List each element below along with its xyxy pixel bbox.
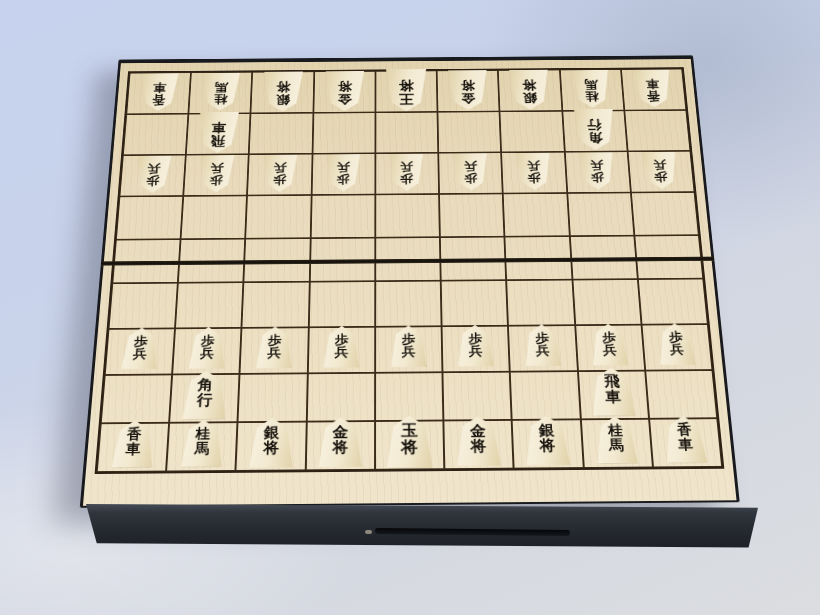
piece-pawn-gote[interactable]: 歩兵 (135, 155, 171, 193)
cell-5f[interactable] (375, 281, 442, 327)
cell-7h[interactable] (238, 373, 308, 421)
piece-kanji: 歩 (401, 173, 414, 185)
piece-kanji: 車 (646, 78, 660, 90)
piece-pawn-gote[interactable]: 歩兵 (199, 155, 234, 193)
piece-pawn-gote[interactable]: 歩兵 (263, 154, 298, 192)
piece-king-gyokusho-sente[interactable]: 玉将 (387, 415, 433, 468)
board-surface: 香車桂馬銀将金将王将金将銀将桂馬香車飛車角行歩兵歩兵歩兵歩兵歩兵歩兵歩兵歩兵歩兵… (80, 55, 740, 507)
cell-8f[interactable] (175, 282, 244, 328)
piece-kanji: 車 (125, 442, 141, 457)
piece-silver-general-sente[interactable]: 銀将 (525, 416, 571, 466)
piece-kanji: 車 (677, 438, 693, 453)
shogi-board: 香車桂馬銀将金将王将金将銀将桂馬香車飛車角行歩兵歩兵歩兵歩兵歩兵歩兵歩兵歩兵歩兵… (80, 55, 740, 507)
cell-3i[interactable]: 銀将 (512, 419, 583, 469)
piece-kanji: 兵 (267, 346, 281, 359)
board-front-edge (86, 502, 758, 549)
piece-bishop-sente[interactable]: 角行 (182, 371, 227, 420)
piece-pawn-gote[interactable]: 歩兵 (390, 153, 424, 190)
cell-9g[interactable]: 歩兵 (105, 328, 176, 375)
piece-pawn-sente[interactable]: 歩兵 (657, 323, 696, 365)
piece-pawn-sente[interactable]: 歩兵 (524, 324, 561, 366)
piece-kanji: 馬 (584, 78, 598, 90)
piece-silver-general-gote[interactable]: 銀将 (510, 69, 551, 109)
cell-8d[interactable] (181, 195, 248, 238)
cell-5g[interactable]: 歩兵 (375, 326, 443, 373)
piece-gold-general-sente[interactable]: 金将 (318, 417, 362, 467)
scene: 香車桂馬銀将金将王将金将銀将桂馬香車飛車角行歩兵歩兵歩兵歩兵歩兵歩兵歩兵歩兵歩兵… (0, 0, 820, 615)
piece-knight-gote[interactable]: 桂馬 (572, 70, 611, 108)
piece-bishop-gote[interactable]: 角行 (573, 109, 615, 150)
cell-9h[interactable] (101, 374, 173, 422)
cell-3b[interactable] (500, 111, 565, 152)
cell-9d[interactable] (116, 196, 184, 239)
cell-6c[interactable]: 歩兵 (311, 153, 375, 195)
cell-2i[interactable]: 桂馬 (580, 418, 652, 468)
cell-5h[interactable] (375, 372, 444, 420)
piece-kanji: 将 (276, 80, 290, 93)
cell-4g[interactable]: 歩兵 (442, 325, 510, 372)
cell-9a[interactable]: 香車 (126, 72, 191, 114)
piece-kanji: 兵 (590, 160, 603, 172)
cell-1b[interactable] (624, 110, 690, 151)
piece-kanji: 将 (399, 79, 414, 92)
piece-kanji: 馬 (609, 438, 625, 453)
cell-1h[interactable] (645, 370, 717, 418)
piece-lance-sente[interactable]: 香車 (663, 416, 707, 463)
piece-kanji: 銀 (523, 91, 538, 104)
cell-9b[interactable] (123, 114, 189, 155)
cell-2c[interactable]: 歩兵 (564, 151, 630, 193)
piece-knight-sente[interactable]: 桂馬 (595, 416, 638, 463)
cell-7c[interactable]: 歩兵 (247, 153, 312, 195)
cell-5d[interactable] (375, 194, 440, 237)
piece-kanji: 歩 (654, 171, 668, 183)
cell-8b[interactable]: 飛車 (186, 113, 251, 154)
piece-kanji: 兵 (200, 347, 214, 360)
piece-kanji: 馬 (194, 442, 210, 457)
piece-kanji: 将 (461, 79, 475, 92)
cell-7a[interactable]: 銀将 (251, 71, 314, 113)
piece-kanji: 将 (337, 80, 351, 93)
cell-3f[interactable] (506, 280, 574, 326)
cell-6f[interactable] (308, 281, 375, 327)
piece-kanji: 金 (337, 92, 351, 105)
piece-rook-sente[interactable]: 飛車 (590, 367, 636, 415)
piece-kanji: 金 (461, 91, 475, 104)
cell-4f[interactable] (441, 280, 508, 326)
cell-1f[interactable] (638, 279, 708, 325)
piece-pawn-sente[interactable]: 歩兵 (457, 325, 494, 367)
piece-kanji: 兵 (401, 161, 414, 173)
piece-pawn-gote[interactable]: 歩兵 (642, 152, 679, 189)
cell-8i[interactable]: 桂馬 (166, 422, 238, 472)
piece-kanji: 桂 (214, 93, 228, 105)
cell-7d[interactable] (246, 195, 312, 238)
cell-8a[interactable]: 桂馬 (189, 72, 253, 114)
piece-pawn-sente[interactable]: 歩兵 (256, 326, 293, 368)
piece-kanji: 歩 (210, 174, 223, 186)
piece-lance-gote[interactable]: 香車 (139, 73, 178, 111)
piece-pawn-sente[interactable]: 歩兵 (324, 326, 360, 368)
piece-kanji: 兵 (603, 344, 617, 357)
cell-2h[interactable]: 飛車 (578, 371, 649, 419)
piece-kanji: 兵 (274, 162, 287, 174)
cell-2f[interactable] (572, 279, 641, 325)
cell-3g[interactable]: 歩兵 (508, 325, 577, 372)
hinge-slot (375, 528, 570, 536)
piece-kanji: 車 (605, 390, 622, 405)
cell-2g[interactable]: 歩兵 (575, 324, 645, 371)
cell-1g[interactable]: 歩兵 (641, 324, 712, 371)
piece-kanji: 馬 (214, 81, 228, 93)
piece-king-osho-gote[interactable]: 王将 (386, 69, 427, 111)
cell-1a[interactable]: 香車 (621, 69, 686, 111)
cell-7b[interactable] (249, 113, 313, 154)
cell-7f[interactable] (242, 282, 310, 328)
piece-kanji: 兵 (147, 163, 160, 175)
piece-kanji: 香 (151, 93, 165, 105)
cell-8c[interactable]: 歩兵 (183, 154, 249, 196)
piece-kanji: 将 (263, 441, 279, 457)
piece-kanji: 車 (212, 121, 227, 134)
cell-3d[interactable] (503, 193, 569, 236)
cell-6i[interactable]: 金将 (305, 421, 375, 471)
piece-kanji: 角 (587, 131, 602, 144)
cell-5i[interactable]: 玉将 (375, 420, 445, 470)
cell-4i[interactable]: 金将 (443, 419, 513, 469)
piece-pawn-sente[interactable]: 歩兵 (121, 327, 159, 369)
cell-4h[interactable] (443, 372, 512, 420)
piece-pawn-sente[interactable]: 歩兵 (189, 327, 226, 369)
cell-4c[interactable]: 歩兵 (438, 152, 503, 194)
cell-4b[interactable] (438, 111, 502, 152)
piece-pawn-gote[interactable]: 歩兵 (327, 154, 361, 191)
piece-knight-gote[interactable]: 桂馬 (202, 73, 240, 111)
cell-9f[interactable] (109, 283, 178, 329)
piece-kanji: 兵 (469, 345, 483, 358)
piece-kanji: 歩 (528, 172, 541, 184)
piece-kanji: 将 (470, 439, 486, 455)
piece-gold-general-gote[interactable]: 金将 (325, 71, 364, 111)
piece-kanji: 王 (399, 92, 414, 105)
cell-2b[interactable]: 角行 (562, 110, 627, 151)
piece-lance-sente[interactable]: 香車 (112, 420, 156, 467)
piece-kanji: 行 (197, 393, 213, 408)
cell-9i[interactable]: 香車 (97, 422, 170, 472)
cell-6a[interactable]: 金将 (313, 71, 375, 113)
cell-1i[interactable]: 香車 (649, 418, 722, 468)
piece-kanji: 飛 (211, 134, 226, 147)
cell-4a[interactable]: 金将 (437, 70, 500, 112)
cell-7g[interactable]: 歩兵 (240, 327, 309, 374)
piece-kanji: 兵 (653, 159, 667, 171)
cell-1c[interactable]: 歩兵 (627, 150, 694, 192)
piece-kanji: 桂 (585, 90, 599, 102)
cell-9c[interactable]: 歩兵 (119, 154, 186, 196)
piece-kanji: 兵 (335, 346, 349, 359)
piece-kanji: 歩 (146, 175, 160, 187)
piece-pawn-sente[interactable]: 歩兵 (391, 325, 427, 367)
piece-kanji: 香 (647, 89, 661, 101)
piece-kanji: 歩 (464, 172, 477, 184)
piece-kanji: 兵 (536, 344, 550, 357)
piece-kanji: 将 (401, 439, 418, 456)
piece-kanji: 車 (152, 81, 166, 93)
piece-kanji: 歩 (337, 173, 350, 185)
piece-gold-general-sente[interactable]: 金将 (456, 416, 501, 466)
piece-pawn-gote[interactable]: 歩兵 (516, 153, 551, 190)
piece-kanji: 歩 (591, 171, 604, 183)
cell-6d[interactable] (310, 194, 375, 237)
cell-3c[interactable]: 歩兵 (501, 151, 566, 193)
piece-rook-gote[interactable]: 飛車 (198, 112, 239, 153)
piece-kanji: 兵 (133, 347, 147, 360)
cell-2a[interactable]: 桂馬 (559, 69, 624, 111)
piece-kanji: 兵 (670, 343, 685, 356)
cell-6b[interactable] (312, 112, 375, 153)
cell-8g[interactable]: 歩兵 (172, 327, 242, 374)
cell-4d[interactable] (439, 194, 505, 237)
cell-3h[interactable] (510, 371, 580, 419)
piece-kanji: 兵 (527, 160, 540, 172)
cell-8h[interactable]: 角行 (169, 374, 240, 422)
piece-kanji: 兵 (337, 162, 350, 174)
cell-1d[interactable] (631, 192, 699, 235)
hinge-pin (365, 530, 372, 534)
cell-3a[interactable]: 銀将 (498, 70, 562, 112)
piece-kanji: 将 (332, 440, 348, 456)
cell-2d[interactable] (567, 193, 634, 236)
piece-gold-general-gote[interactable]: 金将 (448, 70, 488, 110)
board-grid: 香車桂馬銀将金将王将金将銀将桂馬香車飛車角行歩兵歩兵歩兵歩兵歩兵歩兵歩兵歩兵歩兵… (95, 67, 725, 474)
piece-kanji: 兵 (464, 161, 477, 173)
cell-7i[interactable]: 銀将 (236, 421, 307, 471)
cell-5a[interactable]: 王将 (375, 71, 437, 113)
piece-kanji: 将 (539, 438, 555, 454)
piece-knight-sente[interactable]: 桂馬 (181, 420, 224, 467)
cell-5b[interactable] (375, 112, 438, 153)
piece-pawn-sente[interactable]: 歩兵 (590, 324, 628, 366)
piece-silver-general-sente[interactable]: 銀将 (249, 418, 294, 468)
piece-kanji: 歩 (273, 174, 286, 186)
piece-kanji: 兵 (402, 345, 415, 358)
cell-6g[interactable]: 歩兵 (307, 326, 375, 373)
piece-lance-gote[interactable]: 香車 (634, 70, 673, 108)
piece-kanji: 将 (522, 78, 537, 91)
piece-pawn-gote[interactable]: 歩兵 (579, 152, 615, 189)
piece-kanji: 兵 (210, 163, 223, 175)
piece-silver-general-gote[interactable]: 銀将 (263, 71, 303, 111)
piece-pawn-gote[interactable]: 歩兵 (453, 153, 488, 190)
cell-6h[interactable] (306, 373, 375, 421)
piece-kanji: 行 (586, 118, 601, 131)
piece-kanji: 銀 (275, 92, 290, 105)
cell-5c[interactable]: 歩兵 (375, 152, 439, 194)
